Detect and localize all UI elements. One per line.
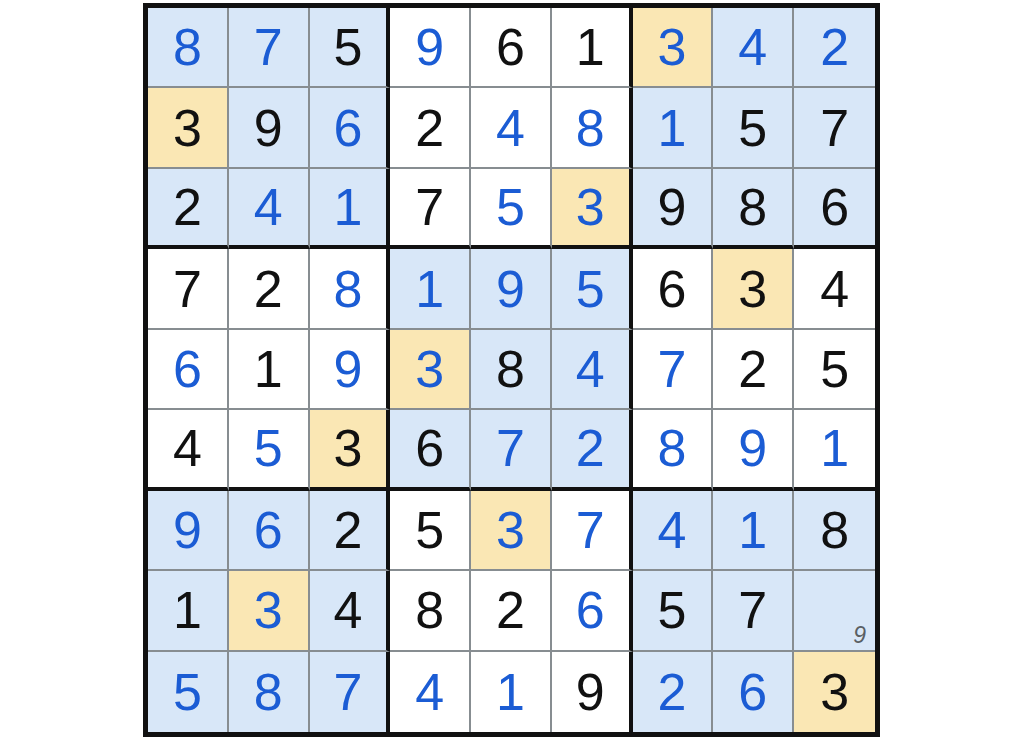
digit: 3	[173, 102, 202, 154]
digit: 7	[254, 21, 283, 73]
digit: 2	[496, 584, 525, 636]
cell-r6c5[interactable]: 7	[471, 410, 552, 490]
cell-r7c3[interactable]: 2	[310, 491, 391, 571]
digit: 5	[576, 263, 605, 315]
digit: 6	[738, 666, 767, 718]
digit: 9	[333, 343, 362, 395]
digit: 7	[333, 666, 362, 718]
cell-r1c8[interactable]: 4	[713, 8, 794, 88]
digit: 2	[254, 263, 283, 315]
digit: 3	[333, 422, 362, 474]
cell-r1c2[interactable]: 7	[229, 8, 310, 88]
cell-r3c7[interactable]: 9	[633, 169, 714, 249]
digit: 8	[576, 102, 605, 154]
digit: 8	[738, 181, 767, 233]
digit: 4	[254, 181, 283, 233]
digit: 2	[576, 422, 605, 474]
cell-r4c2[interactable]: 2	[229, 249, 310, 329]
digit: 7	[496, 422, 525, 474]
digit: 4	[576, 343, 605, 395]
cell-r6c3[interactable]: 3	[310, 410, 391, 490]
digit: 3	[254, 584, 283, 636]
cell-r4c5[interactable]: 9	[471, 249, 552, 329]
cell-r1c5[interactable]: 6	[471, 8, 552, 88]
cell-r5c6[interactable]: 4	[552, 330, 633, 410]
digit: 1	[333, 181, 362, 233]
digit: 7	[173, 263, 202, 315]
digit: 5	[415, 504, 444, 556]
digit: 7	[738, 584, 767, 636]
cell-r6c2[interactable]: 5	[229, 410, 310, 490]
cell-r5c3[interactable]: 9	[310, 330, 391, 410]
digit: 4	[333, 584, 362, 636]
digit: 6	[333, 102, 362, 154]
digit: 4	[820, 263, 849, 315]
digit: 9	[254, 102, 283, 154]
cell-r9c1[interactable]: 5	[148, 652, 229, 732]
cell-r6c4[interactable]: 6	[390, 410, 471, 490]
cell-r3c1[interactable]: 2	[148, 169, 229, 249]
digit: 1	[254, 343, 283, 395]
digit: 1	[820, 422, 849, 474]
cell-r9c5[interactable]: 1	[471, 652, 552, 732]
cell-r8c2[interactable]: 3	[229, 571, 310, 651]
digit: 8	[254, 666, 283, 718]
digit: 8	[173, 21, 202, 73]
cell-r2c4[interactable]: 2	[390, 88, 471, 168]
cell-r9c3[interactable]: 7	[310, 652, 391, 732]
cell-r2c1[interactable]: 3	[148, 88, 229, 168]
cell-r7c5[interactable]: 3	[471, 491, 552, 571]
digit: 6	[173, 343, 202, 395]
cell-r3c4[interactable]: 7	[390, 169, 471, 249]
cell-r3c6[interactable]: 3	[552, 169, 633, 249]
cell-r5c8[interactable]: 2	[713, 330, 794, 410]
cell-r4c6[interactable]: 5	[552, 249, 633, 329]
digit: 3	[820, 666, 849, 718]
cell-r5c4[interactable]: 3	[390, 330, 471, 410]
cell-r4c1[interactable]: 7	[148, 249, 229, 329]
cell-r4c7[interactable]: 6	[633, 249, 714, 329]
cell-r6c1[interactable]: 4	[148, 410, 229, 490]
digit: 5	[333, 21, 362, 73]
cell-r1c6[interactable]: 1	[552, 8, 633, 88]
digit: 2	[415, 102, 444, 154]
digit: 3	[496, 504, 525, 556]
digit: 9	[173, 504, 202, 556]
cell-r7c4[interactable]: 5	[390, 491, 471, 571]
digit: 1	[496, 666, 525, 718]
cell-r7c7[interactable]: 4	[633, 491, 714, 571]
cell-r8c6[interactable]: 6	[552, 571, 633, 651]
digit: 6	[576, 584, 605, 636]
cell-r5c9[interactable]: 5	[794, 330, 875, 410]
digit: 8	[333, 263, 362, 315]
cell-r7c2[interactable]: 6	[229, 491, 310, 571]
digit: 8	[658, 422, 687, 474]
cell-r7c1[interactable]: 9	[148, 491, 229, 571]
digit: 3	[658, 21, 687, 73]
cell-r7c9[interactable]: 8	[794, 491, 875, 571]
digit: 4	[415, 666, 444, 718]
cell-r1c4[interactable]: 9	[390, 8, 471, 88]
cell-r5c5[interactable]: 8	[471, 330, 552, 410]
digit: 7	[658, 343, 687, 395]
cell-r3c3[interactable]: 1	[310, 169, 391, 249]
cell-r3c9[interactable]: 6	[794, 169, 875, 249]
pencil-note: 9	[853, 624, 866, 647]
cell-r5c1[interactable]: 6	[148, 330, 229, 410]
cell-r9c7[interactable]: 2	[633, 652, 714, 732]
cell-r4c8[interactable]: 3	[713, 249, 794, 329]
digit: 1	[658, 102, 687, 154]
digit: 9	[658, 181, 687, 233]
cell-r6c6[interactable]: 2	[552, 410, 633, 490]
cell-r2c8[interactable]: 5	[713, 88, 794, 168]
digit: 9	[415, 21, 444, 73]
cell-r6c7[interactable]: 8	[633, 410, 714, 490]
cell-r3c8[interactable]: 8	[713, 169, 794, 249]
digit: 6	[254, 504, 283, 556]
digit: 4	[173, 422, 202, 474]
cell-r8c8[interactable]: 7	[713, 571, 794, 651]
cell-r8c9[interactable]: 9	[794, 571, 875, 651]
digit: 3	[576, 181, 605, 233]
cell-r2c3[interactable]: 6	[310, 88, 391, 168]
digit: 6	[496, 21, 525, 73]
cell-r5c2[interactable]: 1	[229, 330, 310, 410]
cell-r1c9[interactable]: 2	[794, 8, 875, 88]
cell-r2c2[interactable]: 9	[229, 88, 310, 168]
digit: 7	[820, 102, 849, 154]
cell-r8c3[interactable]: 4	[310, 571, 391, 651]
cell-r7c6[interactable]: 7	[552, 491, 633, 571]
cell-r3c5[interactable]: 5	[471, 169, 552, 249]
digit: 5	[254, 422, 283, 474]
digit: 5	[496, 181, 525, 233]
digit: 8	[820, 504, 849, 556]
cell-r1c3[interactable]: 5	[310, 8, 391, 88]
cell-r9c4[interactable]: 4	[390, 652, 471, 732]
digit: 8	[415, 584, 444, 636]
digit: 7	[576, 504, 605, 556]
digit: 5	[820, 343, 849, 395]
cell-r1c7[interactable]: 3	[633, 8, 714, 88]
digit: 9	[576, 666, 605, 718]
digit: 1	[738, 504, 767, 556]
cell-r6c9[interactable]: 1	[794, 410, 875, 490]
cell-r8c1[interactable]: 1	[148, 571, 229, 651]
digit: 5	[738, 102, 767, 154]
cell-r2c6[interactable]: 8	[552, 88, 633, 168]
cell-r4c3[interactable]: 8	[310, 249, 391, 329]
sudoku-board: 8759613423962481572417539867281956346193…	[143, 3, 880, 737]
cell-r3c2[interactable]: 4	[229, 169, 310, 249]
digit: 2	[820, 21, 849, 73]
digit: 2	[738, 343, 767, 395]
digit: 6	[820, 181, 849, 233]
digit: 1	[415, 263, 444, 315]
cell-r7c8[interactable]: 1	[713, 491, 794, 571]
digit: 2	[658, 666, 687, 718]
digit: 1	[576, 21, 605, 73]
digit: 5	[658, 584, 687, 636]
cell-r9c6[interactable]: 9	[552, 652, 633, 732]
cell-r5c7[interactable]: 7	[633, 330, 714, 410]
cell-r8c5[interactable]: 2	[471, 571, 552, 651]
digit: 9	[738, 422, 767, 474]
digit: 4	[496, 102, 525, 154]
cell-r2c7[interactable]: 1	[633, 88, 714, 168]
digit: 3	[415, 343, 444, 395]
cell-r8c4[interactable]: 8	[390, 571, 471, 651]
cell-r6c8[interactable]: 9	[713, 410, 794, 490]
cell-r2c9[interactable]: 7	[794, 88, 875, 168]
digit: 4	[738, 21, 767, 73]
digit: 6	[415, 422, 444, 474]
cell-r2c5[interactable]: 4	[471, 88, 552, 168]
cell-r9c8[interactable]: 6	[713, 652, 794, 732]
digit: 5	[173, 666, 202, 718]
cell-r4c9[interactable]: 4	[794, 249, 875, 329]
digit: 1	[173, 584, 202, 636]
digit: 4	[658, 504, 687, 556]
cell-r9c9[interactable]: 3	[794, 652, 875, 732]
digit: 3	[738, 263, 767, 315]
digit: 7	[415, 181, 444, 233]
digit: 9	[496, 263, 525, 315]
digit: 6	[658, 263, 687, 315]
digit: 2	[333, 504, 362, 556]
cell-r8c7[interactable]: 5	[633, 571, 714, 651]
cell-r9c2[interactable]: 8	[229, 652, 310, 732]
cell-r1c1[interactable]: 8	[148, 8, 229, 88]
digit: 2	[173, 181, 202, 233]
cell-r4c4[interactable]: 1	[390, 249, 471, 329]
digit: 8	[496, 343, 525, 395]
